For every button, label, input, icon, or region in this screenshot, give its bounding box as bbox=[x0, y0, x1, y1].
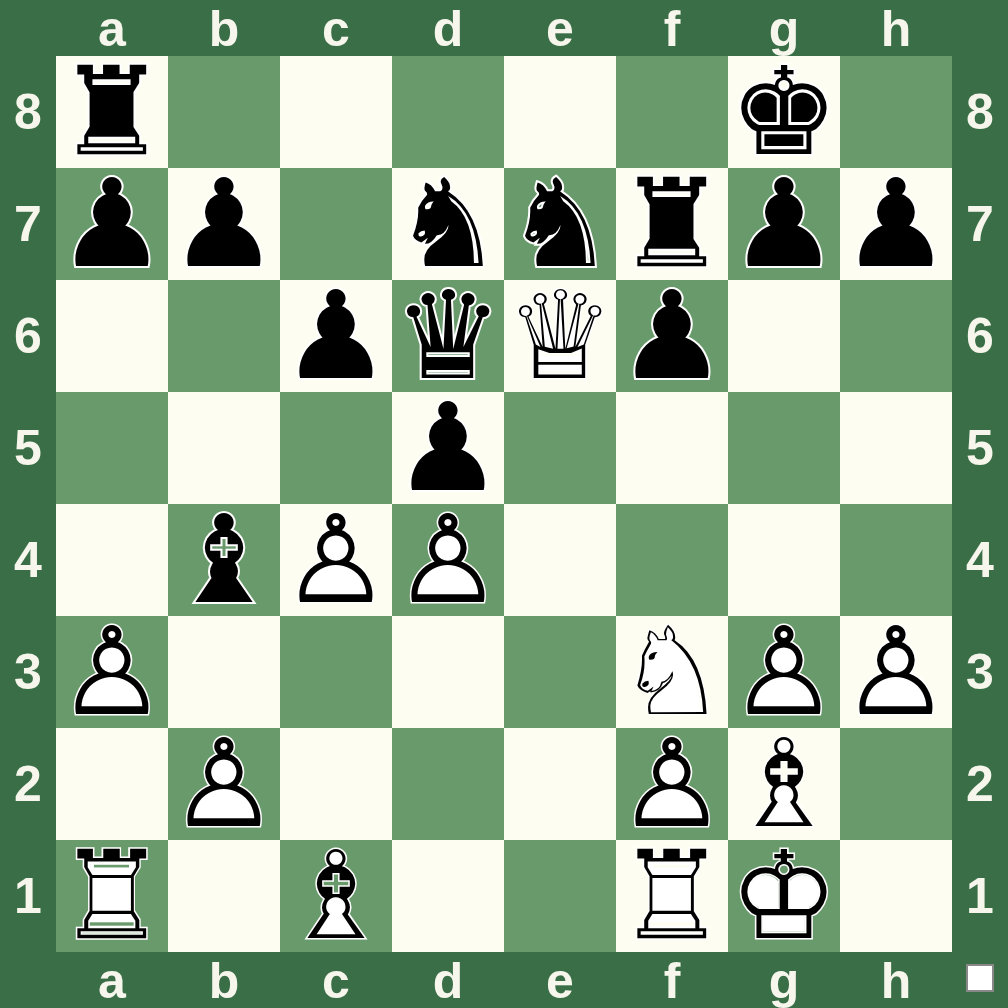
square-h4[interactable] bbox=[840, 504, 952, 616]
black-knight[interactable]: ♞♞ bbox=[504, 168, 616, 280]
piece-outline: ♟ bbox=[168, 168, 280, 280]
rank-label-7: 7 bbox=[952, 168, 1008, 280]
square-e4[interactable] bbox=[504, 504, 616, 616]
piece-outline: ♛ bbox=[392, 280, 504, 392]
piece-outline: ♚ bbox=[728, 56, 840, 168]
file-label-f: f bbox=[616, 0, 728, 58]
rank-labels-left: 87654321 bbox=[0, 56, 56, 952]
white-rook[interactable]: ♜♖ bbox=[616, 840, 728, 952]
square-e6[interactable]: ♛♕ bbox=[504, 280, 616, 392]
square-c1[interactable]: ♝♗ bbox=[280, 840, 392, 952]
white-bishop[interactable]: ♝♗ bbox=[280, 840, 392, 952]
file-label-h: h bbox=[840, 952, 952, 1008]
square-f4[interactable] bbox=[616, 504, 728, 616]
white-pawn[interactable]: ♟♙ bbox=[168, 728, 280, 840]
square-d7[interactable]: ♞♞ bbox=[392, 168, 504, 280]
rank-label-4: 4 bbox=[952, 504, 1008, 616]
file-label-g: g bbox=[728, 952, 840, 1008]
black-pawn[interactable]: ♟♟ bbox=[840, 168, 952, 280]
black-king[interactable]: ♚♚ bbox=[728, 56, 840, 168]
piece-outline: ♙ bbox=[616, 728, 728, 840]
square-h3[interactable]: ♟♙ bbox=[840, 616, 952, 728]
square-e8[interactable] bbox=[504, 56, 616, 168]
piece-outline: ♟ bbox=[616, 280, 728, 392]
rank-label-5: 5 bbox=[0, 392, 56, 504]
white-pawn[interactable]: ♟♙ bbox=[840, 616, 952, 728]
square-a1[interactable]: ♜♖ bbox=[56, 840, 168, 952]
rank-label-8: 8 bbox=[952, 56, 1008, 168]
piece-outline: ♞ bbox=[504, 168, 616, 280]
white-pawn[interactable]: ♟♙ bbox=[280, 504, 392, 616]
black-pawn[interactable]: ♟♟ bbox=[280, 280, 392, 392]
square-g1[interactable]: ♚♔ bbox=[728, 840, 840, 952]
white-pawn[interactable]: ♟♙ bbox=[392, 504, 504, 616]
piece-outline: ♜ bbox=[616, 168, 728, 280]
piece-outline: ♙ bbox=[280, 504, 392, 616]
file-label-c: c bbox=[280, 952, 392, 1008]
file-label-h: h bbox=[840, 0, 952, 58]
square-d8[interactable] bbox=[392, 56, 504, 168]
square-f8[interactable] bbox=[616, 56, 728, 168]
square-a5[interactable] bbox=[56, 392, 168, 504]
square-e3[interactable] bbox=[504, 616, 616, 728]
rank-label-2: 2 bbox=[952, 728, 1008, 840]
square-h7[interactable]: ♟♟ bbox=[840, 168, 952, 280]
square-e5[interactable] bbox=[504, 392, 616, 504]
square-b1[interactable] bbox=[168, 840, 280, 952]
square-c8[interactable] bbox=[280, 56, 392, 168]
piece-outline: ♖ bbox=[616, 840, 728, 952]
piece-outline: ♟ bbox=[728, 168, 840, 280]
square-g7[interactable]: ♟♟ bbox=[728, 168, 840, 280]
piece-outline: ♗ bbox=[728, 728, 840, 840]
file-label-e: e bbox=[504, 0, 616, 58]
square-e2[interactable] bbox=[504, 728, 616, 840]
square-g4[interactable] bbox=[728, 504, 840, 616]
square-c6[interactable]: ♟♟ bbox=[280, 280, 392, 392]
rank-labels-right: 87654321 bbox=[952, 56, 1008, 952]
white-pawn[interactable]: ♟♙ bbox=[728, 616, 840, 728]
square-a7[interactable]: ♟♟ bbox=[56, 168, 168, 280]
square-g6[interactable] bbox=[728, 280, 840, 392]
white-pawn[interactable]: ♟♙ bbox=[616, 728, 728, 840]
square-b2[interactable]: ♟♙ bbox=[168, 728, 280, 840]
file-label-a: a bbox=[56, 952, 168, 1008]
piece-outline: ♗ bbox=[280, 840, 392, 952]
white-knight[interactable]: ♞♘ bbox=[616, 616, 728, 728]
piece-outline: ♟ bbox=[392, 392, 504, 504]
square-d4[interactable]: ♟♙ bbox=[392, 504, 504, 616]
square-d1[interactable] bbox=[392, 840, 504, 952]
piece-outline: ♕ bbox=[504, 280, 616, 392]
rank-label-3: 3 bbox=[0, 616, 56, 728]
file-label-f: f bbox=[616, 952, 728, 1008]
square-a2[interactable] bbox=[56, 728, 168, 840]
piece-outline: ♔ bbox=[728, 840, 840, 952]
square-c2[interactable] bbox=[280, 728, 392, 840]
square-b5[interactable] bbox=[168, 392, 280, 504]
black-pawn[interactable]: ♟♟ bbox=[728, 168, 840, 280]
piece-outline: ♟ bbox=[280, 280, 392, 392]
black-pawn[interactable]: ♟♟ bbox=[616, 280, 728, 392]
file-label-e: e bbox=[504, 952, 616, 1008]
square-b6[interactable] bbox=[168, 280, 280, 392]
white-to-move-indicator bbox=[966, 964, 994, 992]
piece-outline: ♝ bbox=[168, 504, 280, 616]
square-b8[interactable] bbox=[168, 56, 280, 168]
rank-label-2: 2 bbox=[0, 728, 56, 840]
black-bishop[interactable]: ♝♝ bbox=[168, 504, 280, 616]
square-c4[interactable]: ♟♙ bbox=[280, 504, 392, 616]
black-rook[interactable]: ♜♜ bbox=[56, 56, 168, 168]
rank-label-3: 3 bbox=[952, 616, 1008, 728]
rank-label-5: 5 bbox=[952, 392, 1008, 504]
file-labels-bottom: abcdefgh bbox=[56, 952, 952, 1008]
square-h2[interactable] bbox=[840, 728, 952, 840]
square-f7[interactable]: ♜♜ bbox=[616, 168, 728, 280]
black-pawn[interactable]: ♟♟ bbox=[56, 168, 168, 280]
square-c3[interactable] bbox=[280, 616, 392, 728]
piece-outline: ♜ bbox=[56, 56, 168, 168]
rank-label-8: 8 bbox=[0, 56, 56, 168]
square-g2[interactable]: ♝♗ bbox=[728, 728, 840, 840]
square-h6[interactable] bbox=[840, 280, 952, 392]
piece-outline: ♙ bbox=[392, 504, 504, 616]
file-label-d: d bbox=[392, 0, 504, 58]
square-a8[interactable]: ♜♜ bbox=[56, 56, 168, 168]
rank-label-7: 7 bbox=[0, 168, 56, 280]
square-h5[interactable] bbox=[840, 392, 952, 504]
piece-outline: ♖ bbox=[56, 840, 168, 952]
piece-outline: ♟ bbox=[840, 168, 952, 280]
square-a6[interactable] bbox=[56, 280, 168, 392]
square-d6[interactable]: ♛♛ bbox=[392, 280, 504, 392]
piece-outline: ♞ bbox=[392, 168, 504, 280]
black-rook[interactable]: ♜♜ bbox=[616, 168, 728, 280]
piece-outline: ♟ bbox=[56, 168, 168, 280]
square-g8[interactable]: ♚♚ bbox=[728, 56, 840, 168]
square-d3[interactable] bbox=[392, 616, 504, 728]
rank-label-1: 1 bbox=[0, 840, 56, 952]
square-b3[interactable] bbox=[168, 616, 280, 728]
black-pawn[interactable]: ♟♟ bbox=[168, 168, 280, 280]
black-knight[interactable]: ♞♞ bbox=[392, 168, 504, 280]
piece-outline: ♘ bbox=[616, 616, 728, 728]
file-label-d: d bbox=[392, 952, 504, 1008]
piece-outline: ♙ bbox=[728, 616, 840, 728]
square-g5[interactable] bbox=[728, 392, 840, 504]
square-a4[interactable] bbox=[56, 504, 168, 616]
piece-outline: ♙ bbox=[168, 728, 280, 840]
file-label-b: b bbox=[168, 952, 280, 1008]
rank-label-4: 4 bbox=[0, 504, 56, 616]
square-d2[interactable] bbox=[392, 728, 504, 840]
square-h1[interactable] bbox=[840, 840, 952, 952]
square-g3[interactable]: ♟♙ bbox=[728, 616, 840, 728]
piece-outline: ♙ bbox=[840, 616, 952, 728]
rank-label-6: 6 bbox=[0, 280, 56, 392]
black-pawn[interactable]: ♟♟ bbox=[392, 392, 504, 504]
rank-label-1: 1 bbox=[952, 840, 1008, 952]
square-f1[interactable]: ♜♖ bbox=[616, 840, 728, 952]
square-b4[interactable]: ♝♝ bbox=[168, 504, 280, 616]
file-label-c: c bbox=[280, 0, 392, 58]
chess-board: ♜♜♚♚♟♟♟♟♞♞♞♞♜♜♟♟♟♟♟♟♛♛♛♕♟♟♟♟♝♝♟♙♟♙♟♙♞♘♟♙… bbox=[56, 56, 952, 952]
square-c5[interactable] bbox=[280, 392, 392, 504]
black-queen[interactable]: ♛♛ bbox=[392, 280, 504, 392]
white-pawn[interactable]: ♟♙ bbox=[56, 616, 168, 728]
square-f5[interactable] bbox=[616, 392, 728, 504]
square-c7[interactable] bbox=[280, 168, 392, 280]
square-e7[interactable]: ♞♞ bbox=[504, 168, 616, 280]
white-bishop[interactable]: ♝♗ bbox=[728, 728, 840, 840]
chess-board-frame: abcdefgh 87654321 ♜♜♚♚♟♟♟♟♞♞♞♞♜♜♟♟♟♟♟♟♛♛… bbox=[0, 0, 1008, 1008]
white-rook[interactable]: ♜♖ bbox=[56, 840, 168, 952]
white-queen[interactable]: ♛♕ bbox=[504, 280, 616, 392]
square-a3[interactable]: ♟♙ bbox=[56, 616, 168, 728]
square-f6[interactable]: ♟♟ bbox=[616, 280, 728, 392]
square-b7[interactable]: ♟♟ bbox=[168, 168, 280, 280]
file-label-b: b bbox=[168, 0, 280, 58]
square-d5[interactable]: ♟♟ bbox=[392, 392, 504, 504]
square-h8[interactable] bbox=[840, 56, 952, 168]
square-f2[interactable]: ♟♙ bbox=[616, 728, 728, 840]
square-e1[interactable] bbox=[504, 840, 616, 952]
square-f3[interactable]: ♞♘ bbox=[616, 616, 728, 728]
rank-label-6: 6 bbox=[952, 280, 1008, 392]
white-king[interactable]: ♚♔ bbox=[728, 840, 840, 952]
piece-outline: ♙ bbox=[56, 616, 168, 728]
